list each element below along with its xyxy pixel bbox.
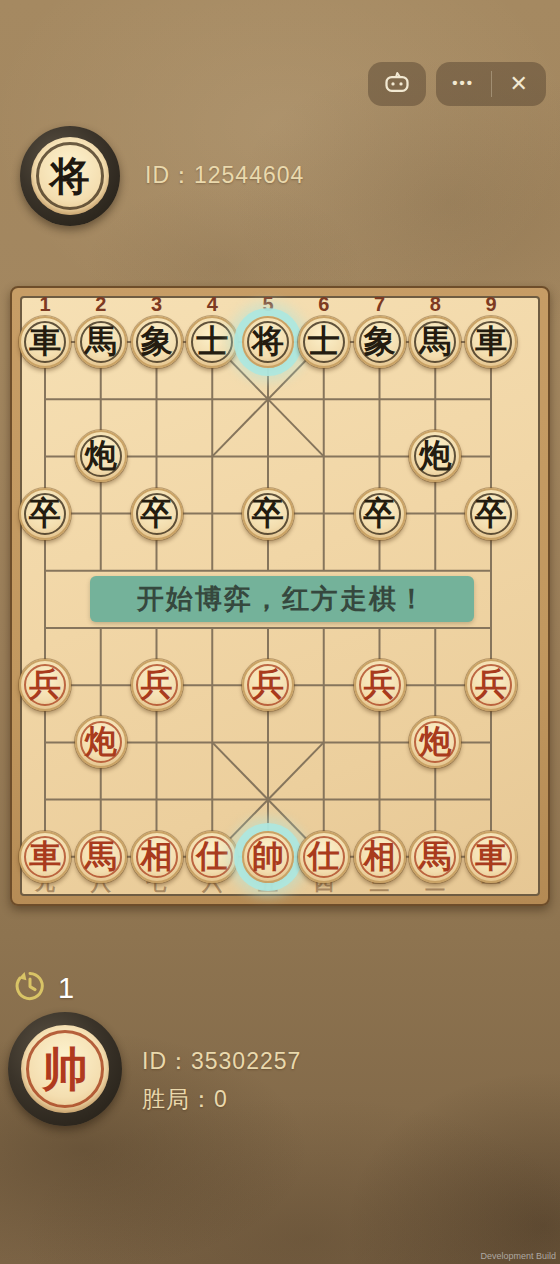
file-number-label: 7 xyxy=(374,293,385,316)
opponent-avatar[interactable]: 将 xyxy=(20,126,120,226)
board-piece-black[interactable]: 将 xyxy=(242,316,294,368)
close-icon: ✕ xyxy=(510,71,528,97)
board-piece-red[interactable]: 車 xyxy=(465,831,517,883)
player-id: ID：35302257 xyxy=(142,1046,301,1077)
board-piece-black[interactable]: 士 xyxy=(298,316,350,368)
file-number-label: 1 xyxy=(39,293,50,316)
file-number-label: 8 xyxy=(430,293,441,316)
file-number-label: 4 xyxy=(207,293,218,316)
game-screen: ••• ✕ 将 ID：12544604 123456789九八七六五四三二一車馬… xyxy=(0,0,560,1264)
player-avatar[interactable]: 帅 xyxy=(8,1012,122,1126)
board-piece-black[interactable]: 馬 xyxy=(409,316,461,368)
board-piece-black[interactable]: 象 xyxy=(131,316,183,368)
board-piece-black[interactable]: 卒 xyxy=(242,488,294,540)
board-piece-red[interactable]: 兵 xyxy=(354,659,406,711)
more-icon: ••• xyxy=(452,74,474,91)
board-piece-red[interactable]: 相 xyxy=(131,831,183,883)
board-piece-black[interactable]: 車 xyxy=(465,316,517,368)
board-piece-red[interactable]: 兵 xyxy=(19,659,71,711)
player-avatar-piece: 帅 xyxy=(21,1025,109,1113)
board-piece-black[interactable]: 馬 xyxy=(75,316,127,368)
board-piece-red[interactable]: 相 xyxy=(354,831,406,883)
gamepad-icon xyxy=(382,67,412,101)
history-undo-icon[interactable] xyxy=(12,968,48,1008)
more-close-pill: ••• ✕ xyxy=(436,62,546,106)
file-number-label: 3 xyxy=(151,293,162,316)
file-number-label: 9 xyxy=(485,293,496,316)
xiangqi-board[interactable]: 123456789九八七六五四三二一車馬象士将士象馬車炮炮卒卒卒卒卒兵兵兵兵兵炮… xyxy=(10,286,550,906)
more-button[interactable]: ••• xyxy=(436,62,491,106)
board-piece-red[interactable]: 兵 xyxy=(465,659,517,711)
board-piece-black[interactable]: 卒 xyxy=(465,488,517,540)
board-piece-black[interactable]: 士 xyxy=(186,316,238,368)
board-piece-black[interactable]: 卒 xyxy=(354,488,406,540)
gamepad-button[interactable] xyxy=(368,62,426,106)
player-wins: 胜局：0 xyxy=(142,1084,228,1115)
close-button[interactable]: ✕ xyxy=(492,62,547,106)
board-piece-black[interactable]: 卒 xyxy=(19,488,71,540)
board-piece-red[interactable]: 炮 xyxy=(75,716,127,768)
turn-banner: 开始博弈，红方走棋！ xyxy=(90,576,474,622)
board-piece-red[interactable]: 馬 xyxy=(75,831,127,883)
opponent-avatar-piece: 将 xyxy=(31,137,109,215)
opponent-id: ID：12544604 xyxy=(145,160,304,191)
file-number-label: 6 xyxy=(318,293,329,316)
board-piece-red[interactable]: 車 xyxy=(19,831,71,883)
board-piece-red[interactable]: 兵 xyxy=(131,659,183,711)
board-piece-black[interactable]: 象 xyxy=(354,316,406,368)
board-piece-black[interactable]: 車 xyxy=(19,316,71,368)
board-piece-black[interactable]: 炮 xyxy=(75,430,127,482)
development-build-watermark: Development Build xyxy=(480,1251,556,1261)
board-piece-red[interactable]: 馬 xyxy=(409,831,461,883)
board-piece-red[interactable]: 仕 xyxy=(186,831,238,883)
file-number-label: 5 xyxy=(262,293,273,316)
board-piece-red[interactable]: 兵 xyxy=(242,659,294,711)
board-piece-red[interactable]: 仕 xyxy=(298,831,350,883)
file-number-label: 2 xyxy=(95,293,106,316)
player-avatar-glyph: 帅 xyxy=(42,1046,88,1092)
board-piece-black[interactable]: 卒 xyxy=(131,488,183,540)
undo-count: 1 xyxy=(58,972,74,1005)
board-piece-red[interactable]: 帥 xyxy=(242,831,294,883)
undo-row: 1 xyxy=(12,968,74,1008)
opponent-avatar-glyph: 将 xyxy=(50,156,90,196)
